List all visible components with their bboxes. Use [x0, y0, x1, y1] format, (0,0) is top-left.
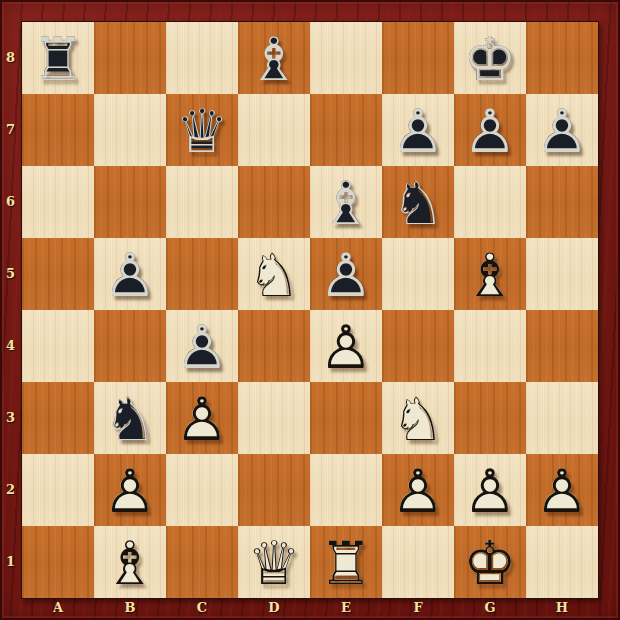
chess-board: ♜♖♝♗♚♔♛♕♟♙♟♙♟♙♝♗♞♘♟♙♞♘♟♙♝♗♟♙♟♙♞♘♟♙♞♘♟♙♟♙… — [21, 21, 599, 599]
black-knight-b3[interactable]: ♞♘ — [94, 382, 166, 454]
square-d8[interactable]: ♝♗ — [238, 22, 310, 94]
pawn-icon: ♟ — [94, 454, 166, 526]
square-a3[interactable] — [22, 382, 94, 454]
rook-icon: ♜ — [310, 526, 382, 598]
pawn-icon: ♟ — [94, 238, 166, 310]
square-g1[interactable]: ♚♔ — [454, 526, 526, 598]
bishop-outline-icon: ♗ — [94, 526, 166, 598]
pawn-icon: ♟ — [310, 310, 382, 382]
square-c4[interactable]: ♟♙ — [166, 310, 238, 382]
file-label-g: G — [454, 597, 526, 619]
pawn-outline-icon: ♙ — [94, 238, 166, 310]
black-pawn-c4[interactable]: ♟♙ — [166, 310, 238, 382]
pawn-outline-icon: ♙ — [166, 310, 238, 382]
white-pawn-e4[interactable]: ♟♙ — [310, 310, 382, 382]
black-pawn-f7[interactable]: ♟♙ — [382, 94, 454, 166]
knight-outline-icon: ♘ — [238, 238, 310, 310]
square-e2[interactable] — [310, 454, 382, 526]
pawn-icon: ♟ — [166, 382, 238, 454]
knight-outline-icon: ♘ — [94, 382, 166, 454]
white-queen-d1[interactable]: ♛♕ — [238, 526, 310, 598]
square-g5[interactable]: ♝♗ — [454, 238, 526, 310]
square-d6[interactable] — [238, 166, 310, 238]
pawn-icon: ♟ — [526, 454, 598, 526]
square-h1[interactable] — [526, 526, 598, 598]
black-pawn-e5[interactable]: ♟♙ — [310, 238, 382, 310]
file-label-b: B — [94, 597, 166, 619]
square-a7[interactable] — [22, 94, 94, 166]
square-c7[interactable]: ♛♕ — [166, 94, 238, 166]
file-label-a: A — [22, 597, 94, 619]
black-bishop-e6[interactable]: ♝♗ — [310, 166, 382, 238]
white-bishop-b1[interactable]: ♝♗ — [94, 526, 166, 598]
white-king-g1[interactable]: ♚♔ — [454, 526, 526, 598]
bishop-outline-icon: ♗ — [310, 166, 382, 238]
board-frame: ♜♖♝♗♚♔♛♕♟♙♟♙♟♙♝♗♞♘♟♙♞♘♟♙♝♗♟♙♟♙♞♘♟♙♞♘♟♙♟♙… — [0, 0, 620, 620]
square-g3[interactable] — [454, 382, 526, 454]
square-a2[interactable] — [22, 454, 94, 526]
square-c6[interactable] — [166, 166, 238, 238]
square-h2[interactable]: ♟♙ — [526, 454, 598, 526]
black-queen-c7[interactable]: ♛♕ — [166, 94, 238, 166]
square-b8[interactable] — [94, 22, 166, 94]
square-d5[interactable]: ♞♘ — [238, 238, 310, 310]
knight-outline-icon: ♘ — [382, 166, 454, 238]
rank-label-8: 8 — [0, 22, 21, 94]
square-g6[interactable] — [454, 166, 526, 238]
pawn-outline-icon: ♙ — [526, 454, 598, 526]
white-pawn-c3[interactable]: ♟♙ — [166, 382, 238, 454]
square-b4[interactable] — [94, 310, 166, 382]
square-b1[interactable]: ♝♗ — [94, 526, 166, 598]
white-rook-e1[interactable]: ♜♖ — [310, 526, 382, 598]
pawn-icon: ♟ — [166, 310, 238, 382]
black-pawn-g7[interactable]: ♟♙ — [454, 94, 526, 166]
pawn-outline-icon: ♙ — [454, 94, 526, 166]
square-b6[interactable] — [94, 166, 166, 238]
pawn-outline-icon: ♙ — [454, 454, 526, 526]
square-e7[interactable] — [310, 94, 382, 166]
pawn-outline-icon: ♙ — [166, 382, 238, 454]
knight-icon: ♞ — [382, 382, 454, 454]
pawn-outline-icon: ♙ — [382, 94, 454, 166]
square-h6[interactable] — [526, 166, 598, 238]
white-knight-f3[interactable]: ♞♘ — [382, 382, 454, 454]
square-g8[interactable]: ♚♔ — [454, 22, 526, 94]
pawn-outline-icon: ♙ — [310, 238, 382, 310]
rank-label-6: 6 — [0, 166, 21, 238]
square-f8[interactable] — [382, 22, 454, 94]
king-outline-icon: ♔ — [454, 22, 526, 94]
pawn-icon: ♟ — [382, 454, 454, 526]
pawn-icon: ♟ — [454, 454, 526, 526]
square-h7[interactable]: ♟♙ — [526, 94, 598, 166]
rank-label-1: 1 — [0, 526, 21, 598]
file-labels: ABCDEFGH — [22, 597, 598, 619]
square-g4[interactable] — [454, 310, 526, 382]
white-knight-d5[interactable]: ♞♘ — [238, 238, 310, 310]
pawn-icon: ♟ — [382, 94, 454, 166]
knight-icon: ♞ — [382, 166, 454, 238]
square-f5[interactable] — [382, 238, 454, 310]
knight-icon: ♞ — [238, 238, 310, 310]
square-h3[interactable] — [526, 382, 598, 454]
knight-icon: ♞ — [94, 382, 166, 454]
rank-label-3: 3 — [0, 382, 21, 454]
square-d1[interactable]: ♛♕ — [238, 526, 310, 598]
king-icon: ♚ — [454, 22, 526, 94]
square-g2[interactable]: ♟♙ — [454, 454, 526, 526]
black-pawn-h7[interactable]: ♟♙ — [526, 94, 598, 166]
white-pawn-h2[interactable]: ♟♙ — [526, 454, 598, 526]
black-pawn-b5[interactable]: ♟♙ — [94, 238, 166, 310]
black-knight-f6[interactable]: ♞♘ — [382, 166, 454, 238]
pawn-icon: ♟ — [526, 94, 598, 166]
square-h8[interactable] — [526, 22, 598, 94]
pawn-icon: ♟ — [454, 94, 526, 166]
king-icon: ♚ — [454, 526, 526, 598]
square-c8[interactable] — [166, 22, 238, 94]
square-h5[interactable] — [526, 238, 598, 310]
bishop-icon: ♝ — [310, 166, 382, 238]
queen-outline-icon: ♕ — [238, 526, 310, 598]
square-h4[interactable] — [526, 310, 598, 382]
square-f2[interactable]: ♟♙ — [382, 454, 454, 526]
square-f6[interactable]: ♞♘ — [382, 166, 454, 238]
square-e5[interactable]: ♟♙ — [310, 238, 382, 310]
square-f7[interactable]: ♟♙ — [382, 94, 454, 166]
square-c1[interactable] — [166, 526, 238, 598]
square-c5[interactable] — [166, 238, 238, 310]
square-d3[interactable] — [238, 382, 310, 454]
rank-labels: 87654321 — [0, 22, 21, 598]
square-e6[interactable]: ♝♗ — [310, 166, 382, 238]
white-bishop-g5[interactable]: ♝♗ — [454, 238, 526, 310]
file-label-c: C — [166, 597, 238, 619]
file-label-f: F — [382, 597, 454, 619]
rank-label-4: 4 — [0, 310, 21, 382]
rook-outline-icon: ♖ — [22, 22, 94, 94]
pawn-outline-icon: ♙ — [526, 94, 598, 166]
square-e1[interactable]: ♜♖ — [310, 526, 382, 598]
square-a1[interactable] — [22, 526, 94, 598]
rank-label-5: 5 — [0, 238, 21, 310]
bishop-icon: ♝ — [94, 526, 166, 598]
square-e3[interactable] — [310, 382, 382, 454]
file-label-d: D — [238, 597, 310, 619]
queen-icon: ♛ — [238, 526, 310, 598]
square-g7[interactable]: ♟♙ — [454, 94, 526, 166]
square-f4[interactable] — [382, 310, 454, 382]
square-c3[interactable]: ♟♙ — [166, 382, 238, 454]
pawn-outline-icon: ♙ — [94, 454, 166, 526]
square-d2[interactable] — [238, 454, 310, 526]
file-label-e: E — [310, 597, 382, 619]
knight-outline-icon: ♘ — [382, 382, 454, 454]
square-f1[interactable] — [382, 526, 454, 598]
square-a5[interactable] — [22, 238, 94, 310]
bishop-icon: ♝ — [454, 238, 526, 310]
pawn-outline-icon: ♙ — [310, 310, 382, 382]
rook-outline-icon: ♖ — [310, 526, 382, 598]
square-e4[interactable]: ♟♙ — [310, 310, 382, 382]
rank-label-7: 7 — [0, 94, 21, 166]
bishop-icon: ♝ — [238, 22, 310, 94]
file-label-h: H — [526, 597, 598, 619]
square-b7[interactable] — [94, 94, 166, 166]
black-king-g8[interactable]: ♚♔ — [454, 22, 526, 94]
pawn-icon: ♟ — [310, 238, 382, 310]
king-outline-icon: ♔ — [454, 526, 526, 598]
square-b3[interactable]: ♞♘ — [94, 382, 166, 454]
bishop-outline-icon: ♗ — [238, 22, 310, 94]
black-bishop-d8[interactable]: ♝♗ — [238, 22, 310, 94]
rook-icon: ♜ — [22, 22, 94, 94]
square-b2[interactable]: ♟♙ — [94, 454, 166, 526]
white-pawn-g2[interactable]: ♟♙ — [454, 454, 526, 526]
square-a8[interactable]: ♜♖ — [22, 22, 94, 94]
square-e8[interactable] — [310, 22, 382, 94]
white-pawn-b2[interactable]: ♟♙ — [94, 454, 166, 526]
square-a6[interactable] — [22, 166, 94, 238]
queen-outline-icon: ♕ — [166, 94, 238, 166]
square-d4[interactable] — [238, 310, 310, 382]
square-d7[interactable] — [238, 94, 310, 166]
square-c2[interactable] — [166, 454, 238, 526]
square-a4[interactable] — [22, 310, 94, 382]
square-b5[interactable]: ♟♙ — [94, 238, 166, 310]
queen-icon: ♛ — [166, 94, 238, 166]
rank-label-2: 2 — [0, 454, 21, 526]
square-f3[interactable]: ♞♘ — [382, 382, 454, 454]
black-rook-a8[interactable]: ♜♖ — [22, 22, 94, 94]
bishop-outline-icon: ♗ — [454, 238, 526, 310]
white-pawn-f2[interactable]: ♟♙ — [382, 454, 454, 526]
pawn-outline-icon: ♙ — [382, 454, 454, 526]
